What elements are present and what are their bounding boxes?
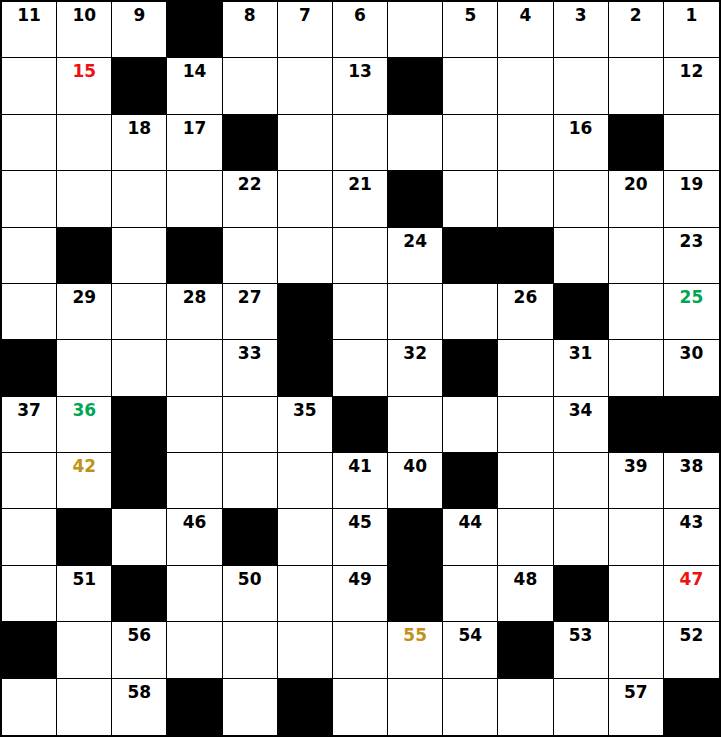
block-cell-r6c11 <box>554 284 609 340</box>
white-cell-r10c4[interactable]: 46 <box>167 509 222 565</box>
white-cell-r1c3[interactable]: 9 <box>112 2 167 58</box>
white-cell-r9c4[interactable] <box>167 453 222 509</box>
white-cell-r6c4[interactable]: 28 <box>167 284 222 340</box>
white-cell-r12c4[interactable] <box>167 622 222 678</box>
white-cell-r6c12[interactable] <box>609 284 664 340</box>
clue-number-36: 36 <box>72 397 96 419</box>
block-cell-r13c4 <box>167 679 222 735</box>
white-cell-r7c8[interactable]: 32 <box>388 340 443 396</box>
clue-number-19: 19 <box>680 171 704 193</box>
white-cell-r7c3[interactable] <box>112 340 167 396</box>
white-cell-r13c8[interactable] <box>388 679 443 735</box>
white-cell-r6c1[interactable] <box>2 284 57 340</box>
clue-number-31: 31 <box>569 340 593 362</box>
clue-number-42: 42 <box>72 453 96 475</box>
clue-number-2: 2 <box>630 2 642 24</box>
white-cell-r8c1[interactable]: 37 <box>2 397 57 453</box>
white-cell-r3c4[interactable]: 17 <box>167 115 222 171</box>
clue-number-58: 58 <box>128 679 152 701</box>
white-cell-r11c6[interactable] <box>278 566 333 622</box>
white-cell-r11c12[interactable] <box>609 566 664 622</box>
block-cell-r11c3 <box>112 566 167 622</box>
clue-number-47: 47 <box>680 566 704 588</box>
white-cell-r2c9[interactable] <box>443 58 498 114</box>
white-cell-r3c7[interactable] <box>333 115 388 171</box>
clue-number-8: 8 <box>244 2 256 24</box>
clue-number-25: 25 <box>680 284 704 306</box>
white-cell-r5c1[interactable] <box>2 228 57 284</box>
white-cell-r1c7[interactable]: 6 <box>333 2 388 58</box>
white-cell-r6c3[interactable] <box>112 284 167 340</box>
block-cell-r5c4 <box>167 228 222 284</box>
white-cell-r3c2[interactable] <box>57 115 112 171</box>
white-cell-r4c6[interactable] <box>278 171 333 227</box>
white-cell-r10c7[interactable]: 45 <box>333 509 388 565</box>
block-cell-r10c2 <box>57 509 112 565</box>
white-cell-r2c5[interactable] <box>223 58 278 114</box>
white-cell-r3c8[interactable] <box>388 115 443 171</box>
white-cell-r1c9[interactable]: 5 <box>443 2 498 58</box>
white-cell-r5c8[interactable]: 24 <box>388 228 443 284</box>
clue-number-57: 57 <box>624 679 648 701</box>
white-cell-r12c13[interactable]: 52 <box>664 622 719 678</box>
white-cell-r1c2[interactable]: 10 <box>57 2 112 58</box>
white-cell-r8c4[interactable] <box>167 397 222 453</box>
white-cell-r3c11[interactable]: 16 <box>554 115 609 171</box>
white-cell-r2c1[interactable] <box>2 58 57 114</box>
clue-number-54: 54 <box>458 622 482 644</box>
clue-number-46: 46 <box>183 509 207 531</box>
block-cell-r5c10 <box>498 228 553 284</box>
white-cell-r11c5[interactable]: 50 <box>223 566 278 622</box>
white-cell-r11c7[interactable]: 49 <box>333 566 388 622</box>
white-cell-r5c11[interactable] <box>554 228 609 284</box>
white-cell-r3c1[interactable] <box>2 115 57 171</box>
white-cell-r1c5[interactable]: 8 <box>223 2 278 58</box>
clue-number-20: 20 <box>624 171 648 193</box>
white-cell-r8c2[interactable]: 36 <box>57 397 112 453</box>
white-cell-r7c11[interactable]: 31 <box>554 340 609 396</box>
clue-number-49: 49 <box>348 566 372 588</box>
block-cell-r8c3 <box>112 397 167 453</box>
clue-number-29: 29 <box>72 284 96 306</box>
white-cell-r11c4[interactable] <box>167 566 222 622</box>
white-cell-r5c3[interactable] <box>112 228 167 284</box>
white-cell-r11c9[interactable] <box>443 566 498 622</box>
white-cell-r4c11[interactable] <box>554 171 609 227</box>
white-cell-r4c9[interactable] <box>443 171 498 227</box>
white-cell-r10c11[interactable] <box>554 509 609 565</box>
white-cell-r6c10[interactable]: 26 <box>498 284 553 340</box>
clue-number-5: 5 <box>464 2 476 24</box>
clue-number-22: 22 <box>238 171 262 193</box>
white-cell-r12c3[interactable]: 56 <box>112 622 167 678</box>
white-cell-r7c13[interactable]: 30 <box>664 340 719 396</box>
clue-number-3: 3 <box>575 2 587 24</box>
white-cell-r12c6[interactable] <box>278 622 333 678</box>
white-cell-r9c6[interactable] <box>278 453 333 509</box>
clue-number-35: 35 <box>293 397 317 419</box>
white-cell-r10c6[interactable] <box>278 509 333 565</box>
white-cell-r8c5[interactable] <box>223 397 278 453</box>
white-cell-r10c13[interactable]: 43 <box>664 509 719 565</box>
white-cell-r4c3[interactable] <box>112 171 167 227</box>
white-cell-r7c12[interactable] <box>609 340 664 396</box>
white-cell-r10c3[interactable] <box>112 509 167 565</box>
white-cell-r5c7[interactable] <box>333 228 388 284</box>
block-cell-r3c12 <box>609 115 664 171</box>
white-cell-r10c1[interactable] <box>2 509 57 565</box>
white-cell-r12c11[interactable]: 53 <box>554 622 609 678</box>
white-cell-r8c6[interactable]: 35 <box>278 397 333 453</box>
clue-number-55: 55 <box>403 622 427 644</box>
white-cell-r12c7[interactable] <box>333 622 388 678</box>
white-cell-r6c9[interactable] <box>443 284 498 340</box>
white-cell-r9c12[interactable]: 39 <box>609 453 664 509</box>
block-cell-r13c13 <box>664 679 719 735</box>
white-cell-r10c9[interactable]: 44 <box>443 509 498 565</box>
white-cell-r1c11[interactable]: 3 <box>554 2 609 58</box>
white-cell-r2c12[interactable] <box>609 58 664 114</box>
clue-number-7: 7 <box>299 2 311 24</box>
clue-number-56: 56 <box>128 622 152 644</box>
clue-number-52: 52 <box>680 622 704 644</box>
clue-number-28: 28 <box>183 284 207 306</box>
clue-number-45: 45 <box>348 509 372 531</box>
clue-number-48: 48 <box>514 566 538 588</box>
block-cell-r8c12 <box>609 397 664 453</box>
white-cell-r5c12[interactable] <box>609 228 664 284</box>
white-cell-r9c11[interactable] <box>554 453 609 509</box>
white-cell-r6c2[interactable]: 29 <box>57 284 112 340</box>
clue-number-27: 27 <box>238 284 262 306</box>
white-cell-r12c9[interactable]: 54 <box>443 622 498 678</box>
block-cell-r8c13 <box>664 397 719 453</box>
block-cell-r10c8 <box>388 509 443 565</box>
white-cell-r1c12[interactable]: 2 <box>609 2 664 58</box>
block-cell-r5c9 <box>443 228 498 284</box>
clue-number-30: 30 <box>680 340 704 362</box>
white-cell-r8c9[interactable] <box>443 397 498 453</box>
white-cell-r13c7[interactable] <box>333 679 388 735</box>
clue-number-39: 39 <box>624 453 648 475</box>
block-cell-r11c8 <box>388 566 443 622</box>
white-cell-r11c2[interactable]: 51 <box>57 566 112 622</box>
block-cell-r12c10 <box>498 622 553 678</box>
white-cell-r1c1[interactable]: 11 <box>2 2 57 58</box>
white-cell-r10c10[interactable] <box>498 509 553 565</box>
white-cell-r6c8[interactable] <box>388 284 443 340</box>
white-cell-r10c12[interactable] <box>609 509 664 565</box>
block-cell-r7c9 <box>443 340 498 396</box>
clue-number-44: 44 <box>458 509 482 531</box>
white-cell-r12c5[interactable] <box>223 622 278 678</box>
white-cell-r6c13[interactable]: 25 <box>664 284 719 340</box>
white-cell-r2c11[interactable] <box>554 58 609 114</box>
clue-number-23: 23 <box>680 228 704 250</box>
clue-number-16: 16 <box>569 115 593 137</box>
clue-number-32: 32 <box>403 340 427 362</box>
crossword-grid: 1110987654321151413121817162221201924232… <box>0 0 721 737</box>
white-cell-r1c6[interactable]: 7 <box>278 2 333 58</box>
white-cell-r11c1[interactable] <box>2 566 57 622</box>
clue-number-33: 33 <box>238 340 262 362</box>
white-cell-r4c12[interactable]: 20 <box>609 171 664 227</box>
white-cell-r3c13[interactable] <box>664 115 719 171</box>
block-cell-r9c9 <box>443 453 498 509</box>
block-cell-r11c11 <box>554 566 609 622</box>
white-cell-r13c1[interactable] <box>2 679 57 735</box>
white-cell-r1c8[interactable] <box>388 2 443 58</box>
block-cell-r8c7 <box>333 397 388 453</box>
block-cell-r9c3 <box>112 453 167 509</box>
white-cell-r13c9[interactable] <box>443 679 498 735</box>
white-cell-r2c7[interactable]: 13 <box>333 58 388 114</box>
white-cell-r4c5[interactable]: 22 <box>223 171 278 227</box>
white-cell-r13c11[interactable] <box>554 679 609 735</box>
white-cell-r9c13[interactable]: 38 <box>664 453 719 509</box>
clue-number-10: 10 <box>72 2 96 24</box>
block-cell-r10c5 <box>223 509 278 565</box>
block-cell-r4c8 <box>388 171 443 227</box>
white-cell-r8c11[interactable]: 34 <box>554 397 609 453</box>
clue-number-53: 53 <box>569 622 593 644</box>
white-cell-r1c10[interactable]: 4 <box>498 2 553 58</box>
clue-number-15: 15 <box>72 58 96 80</box>
white-cell-r9c1[interactable] <box>2 453 57 509</box>
white-cell-r12c8[interactable]: 55 <box>388 622 443 678</box>
clue-number-26: 26 <box>514 284 538 306</box>
clue-number-6: 6 <box>354 2 366 24</box>
white-cell-r6c5[interactable]: 27 <box>223 284 278 340</box>
white-cell-r4c7[interactable]: 21 <box>333 171 388 227</box>
white-cell-r7c10[interactable] <box>498 340 553 396</box>
clue-number-51: 51 <box>72 566 96 588</box>
white-cell-r13c2[interactable] <box>57 679 112 735</box>
clue-number-12: 12 <box>680 58 704 80</box>
white-cell-r5c5[interactable] <box>223 228 278 284</box>
white-cell-r9c10[interactable] <box>498 453 553 509</box>
clue-number-38: 38 <box>680 453 704 475</box>
block-cell-r1c4 <box>167 2 222 58</box>
clue-number-13: 13 <box>348 58 372 80</box>
white-cell-r3c3[interactable]: 18 <box>112 115 167 171</box>
white-cell-r12c2[interactable] <box>57 622 112 678</box>
white-cell-r7c2[interactable] <box>57 340 112 396</box>
white-cell-r8c8[interactable] <box>388 397 443 453</box>
white-cell-r4c13[interactable]: 19 <box>664 171 719 227</box>
clue-number-17: 17 <box>183 115 207 137</box>
white-cell-r11c10[interactable]: 48 <box>498 566 553 622</box>
white-cell-r4c2[interactable] <box>57 171 112 227</box>
white-cell-r3c10[interactable] <box>498 115 553 171</box>
white-cell-r9c8[interactable]: 40 <box>388 453 443 509</box>
clue-number-21: 21 <box>348 171 372 193</box>
white-cell-r1c13[interactable]: 1 <box>664 2 719 58</box>
white-cell-r7c7[interactable] <box>333 340 388 396</box>
clue-number-11: 11 <box>17 2 41 24</box>
block-cell-r12c1 <box>2 622 57 678</box>
clue-number-41: 41 <box>348 453 372 475</box>
white-cell-r6c7[interactable] <box>333 284 388 340</box>
white-cell-r2c6[interactable] <box>278 58 333 114</box>
white-cell-r9c5[interactable] <box>223 453 278 509</box>
white-cell-r5c6[interactable] <box>278 228 333 284</box>
clue-number-34: 34 <box>569 397 593 419</box>
white-cell-r13c12[interactable]: 57 <box>609 679 664 735</box>
white-cell-r2c2[interactable]: 15 <box>57 58 112 114</box>
white-cell-r4c1[interactable] <box>2 171 57 227</box>
white-cell-r9c7[interactable]: 41 <box>333 453 388 509</box>
white-cell-r13c5[interactable] <box>223 679 278 735</box>
block-cell-r2c8 <box>388 58 443 114</box>
white-cell-r5c13[interactable]: 23 <box>664 228 719 284</box>
clue-number-4: 4 <box>520 2 532 24</box>
white-cell-r9c2[interactable]: 42 <box>57 453 112 509</box>
white-cell-r3c9[interactable] <box>443 115 498 171</box>
clue-number-9: 9 <box>133 2 145 24</box>
block-cell-r7c6 <box>278 340 333 396</box>
white-cell-r13c3[interactable]: 58 <box>112 679 167 735</box>
clue-number-1: 1 <box>686 2 698 24</box>
clue-number-37: 37 <box>17 397 41 419</box>
white-cell-r2c4[interactable]: 14 <box>167 58 222 114</box>
clue-number-18: 18 <box>128 115 152 137</box>
white-cell-r2c10[interactable] <box>498 58 553 114</box>
clue-number-24: 24 <box>403 228 427 250</box>
block-cell-r3c5 <box>223 115 278 171</box>
block-cell-r5c2 <box>57 228 112 284</box>
white-cell-r7c4[interactable] <box>167 340 222 396</box>
white-cell-r4c10[interactable] <box>498 171 553 227</box>
clue-number-50: 50 <box>238 566 262 588</box>
block-cell-r2c3 <box>112 58 167 114</box>
white-cell-r12c12[interactable] <box>609 622 664 678</box>
white-cell-r11c13[interactable]: 47 <box>664 566 719 622</box>
block-cell-r13c6 <box>278 679 333 735</box>
block-cell-r6c6 <box>278 284 333 340</box>
white-cell-r2c13[interactable]: 12 <box>664 58 719 114</box>
block-cell-r7c1 <box>2 340 57 396</box>
white-cell-r7c5[interactable]: 33 <box>223 340 278 396</box>
white-cell-r13c10[interactable] <box>498 679 553 735</box>
clue-number-40: 40 <box>403 453 427 475</box>
clue-number-43: 43 <box>680 509 704 531</box>
clue-number-14: 14 <box>183 58 207 80</box>
white-cell-r4c4[interactable] <box>167 171 222 227</box>
white-cell-r8c10[interactable] <box>498 397 553 453</box>
white-cell-r3c6[interactable] <box>278 115 333 171</box>
